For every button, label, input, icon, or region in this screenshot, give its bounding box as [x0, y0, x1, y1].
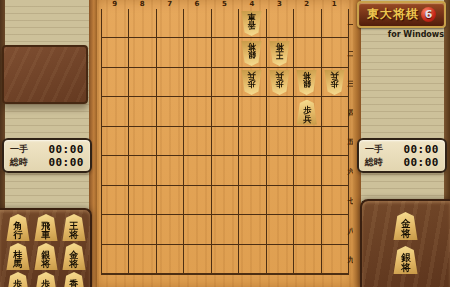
board-square-9一[interactable]: [101, 9, 128, 38]
file-label-3: 3: [266, 0, 293, 9]
total-time-row: 総時 00:00: [10, 156, 84, 169]
board-square-5六[interactable]: [211, 156, 238, 185]
board-square-7五[interactable]: [156, 127, 183, 156]
board-square-2二[interactable]: [293, 38, 320, 67]
board-square-6三[interactable]: [183, 68, 210, 97]
board-square-4九[interactable]: [238, 245, 265, 274]
board-square-8六[interactable]: [128, 156, 155, 185]
logo-title: 東大将棋: [367, 6, 419, 23]
hand-piece-銀将[interactable]: 銀将: [393, 246, 418, 274]
board-square-3六[interactable]: [266, 156, 293, 185]
board-square-7一[interactable]: [156, 9, 183, 38]
piece-kanji: 兵: [330, 71, 338, 80]
board-square-8七[interactable]: [128, 186, 155, 215]
file-label-4: 4: [238, 0, 265, 9]
move-time-value: 00:00: [48, 143, 84, 156]
board-square-2五[interactable]: [293, 127, 320, 156]
board-square-2九[interactable]: [293, 245, 320, 274]
board-square-1六[interactable]: [321, 156, 348, 185]
board-square-8九[interactable]: [128, 245, 155, 274]
move-time-row: 一手 00:00: [10, 143, 84, 156]
logo-version-badge: 6: [421, 7, 436, 22]
board-square-7三[interactable]: [156, 68, 183, 97]
gote-piece-stand: [2, 45, 88, 104]
hand-piece-金将[interactable]: 金将: [393, 212, 418, 240]
piece-kanji: 将: [275, 42, 283, 51]
total-time-row: 総時 00:00: [365, 156, 439, 169]
board-square-7七[interactable]: [156, 186, 183, 215]
logo-subtitle: for Windows: [357, 30, 446, 39]
file-label-9: 9: [101, 0, 128, 9]
board-square-6七[interactable]: [183, 186, 210, 215]
board-square-3七[interactable]: [266, 186, 293, 215]
board-square-8一[interactable]: [128, 9, 155, 38]
board-square-6四[interactable]: [183, 97, 210, 126]
board-square-6六[interactable]: [183, 156, 210, 185]
board-square-5九[interactable]: [211, 245, 238, 274]
board-square-9八[interactable]: [101, 215, 128, 244]
piece-kanji: 将: [303, 71, 311, 80]
board-square-3八[interactable]: [266, 215, 293, 244]
tray-piece-歩兵[interactable]: 歩兵: [6, 272, 30, 287]
board-square-4六[interactable]: [238, 156, 265, 185]
board-square-7四[interactable]: [156, 97, 183, 126]
piece-kanji: 香: [69, 279, 78, 287]
board-square-8三[interactable]: [128, 68, 155, 97]
board-square-8二[interactable]: [128, 38, 155, 67]
total-time-label: 総時: [10, 156, 28, 169]
move-time-label: 一手: [10, 143, 28, 156]
board-square-9二[interactable]: [101, 38, 128, 67]
piece-kanji: 将: [401, 263, 411, 273]
move-time-row: 一手 00:00: [365, 143, 439, 156]
board-square-7二[interactable]: [156, 38, 183, 67]
file-label-5: 5: [211, 0, 238, 9]
board-square-8四[interactable]: [128, 97, 155, 126]
board-square-6八[interactable]: [183, 215, 210, 244]
board-grid: [101, 9, 349, 275]
board-square-8五[interactable]: [128, 127, 155, 156]
app-logo: 東大将棋 6 for Windows: [357, 1, 446, 39]
gote-clock-panel: 一手 00:00 総時 00:00: [357, 138, 447, 173]
app-window: 987654321 一二三四五六七八九 香車銀将王将歩兵歩兵銀将歩兵歩兵 一手 …: [0, 0, 450, 287]
piece-kanji: 銀: [303, 80, 311, 89]
file-label-7: 7: [156, 0, 183, 9]
board-face: 987654321 一二三四五六七八九 香車銀将王将歩兵歩兵銀将歩兵歩兵: [97, 0, 353, 287]
board-square-6九[interactable]: [183, 245, 210, 274]
board-square-6二[interactable]: [183, 38, 210, 67]
board-square-1五[interactable]: [321, 127, 348, 156]
board-square-6一[interactable]: [183, 9, 210, 38]
piece-kanji: 歩: [248, 80, 256, 89]
file-label-6: 6: [183, 0, 210, 9]
board-square-2七[interactable]: [293, 186, 320, 215]
board-square-8八[interactable]: [128, 215, 155, 244]
board-square-2八[interactable]: [293, 215, 320, 244]
file-label-2: 2: [293, 0, 320, 9]
file-label-8: 8: [128, 0, 155, 9]
board-square-5五[interactable]: [211, 127, 238, 156]
move-time-value: 00:00: [403, 143, 439, 156]
total-time-value: 00:00: [403, 156, 439, 169]
total-time-label: 総時: [365, 156, 383, 169]
board-square-1九[interactable]: [321, 245, 348, 274]
piece-kanji: 兵: [303, 115, 311, 124]
piece-kanji: 将: [69, 259, 78, 269]
piece-kanji: 馬: [13, 259, 22, 269]
piece-kanji: 歩: [275, 80, 283, 89]
board-square-4四[interactable]: [238, 97, 265, 126]
board-square-5四[interactable]: [211, 97, 238, 126]
board-square-2六[interactable]: [293, 156, 320, 185]
total-time-value: 00:00: [48, 156, 84, 169]
board-square-5八[interactable]: [211, 215, 238, 244]
board-square-3一[interactable]: [266, 9, 293, 38]
board-square-9四[interactable]: [101, 97, 128, 126]
board-square-4七[interactable]: [238, 186, 265, 215]
piece-kanji: 将: [401, 229, 411, 239]
piece-kanji: 歩: [41, 279, 50, 287]
piece-kanji: 香: [248, 21, 256, 30]
piece-kanji: 将: [248, 42, 256, 51]
shogi-board: 987654321 一二三四五六七八九 香車銀将王将歩兵歩兵銀将歩兵歩兵: [89, 0, 361, 287]
tray-piece-香車[interactable]: 香車: [62, 272, 86, 287]
board-square-3五[interactable]: [266, 127, 293, 156]
board-square-1七[interactable]: [321, 186, 348, 215]
piece-kanji: 歩: [13, 279, 22, 287]
board-square-9七[interactable]: [101, 186, 128, 215]
board-square-1二[interactable]: [321, 38, 348, 67]
board-square-5七[interactable]: [211, 186, 238, 215]
board-square-7九[interactable]: [156, 245, 183, 274]
board-square-1八[interactable]: [321, 215, 348, 244]
board-square-3九[interactable]: [266, 245, 293, 274]
piece-kanji: 兵: [248, 71, 256, 80]
piece-kanji: 歩: [330, 80, 338, 89]
board-square-5二[interactable]: [211, 38, 238, 67]
unused-pieces-tray: 角行飛車王将桂馬銀将金将歩兵歩兵香車: [0, 208, 92, 287]
board-square-1一[interactable]: [321, 9, 348, 38]
board-square-7六[interactable]: [156, 156, 183, 185]
file-labels: 987654321: [101, 0, 348, 9]
tray-piece-金将[interactable]: 金将: [62, 243, 86, 270]
logo-plaque: 東大将棋 6: [357, 1, 446, 28]
board-square-1四[interactable]: [321, 97, 348, 126]
tray-piece-桂馬[interactable]: 桂馬: [6, 243, 30, 270]
board-square-4五[interactable]: [238, 127, 265, 156]
piece-kanji: 車: [248, 12, 256, 21]
board-square-5三[interactable]: [211, 68, 238, 97]
sente-hand-tray: 金将銀将: [360, 199, 450, 287]
piece-kanji: 車: [41, 230, 50, 240]
piece-kanji: 将: [41, 259, 50, 269]
board-square-9五[interactable]: [101, 127, 128, 156]
sente-clock-panel: 一手 00:00 総時 00:00: [2, 138, 92, 173]
piece-kanji: 行: [13, 230, 22, 240]
tray-piece-飛車[interactable]: 飛車: [34, 214, 58, 241]
move-time-label: 一手: [365, 143, 383, 156]
file-label-1: 1: [321, 0, 348, 9]
piece-kanji: 兵: [275, 71, 283, 80]
tray-piece-銀将[interactable]: 銀将: [34, 243, 58, 270]
board-square-9九[interactable]: [101, 245, 128, 274]
tray-piece-歩兵[interactable]: 歩兵: [34, 272, 58, 287]
board-square-9六[interactable]: [101, 156, 128, 185]
tray-piece-角行[interactable]: 角行: [6, 214, 30, 241]
board-square-2一[interactable]: [293, 9, 320, 38]
board-square-7八[interactable]: [156, 215, 183, 244]
tray-piece-王将[interactable]: 王将: [62, 214, 86, 241]
board-square-9三[interactable]: [101, 68, 128, 97]
board-square-4八[interactable]: [238, 215, 265, 244]
board-square-6五[interactable]: [183, 127, 210, 156]
board-square-3四[interactable]: [266, 97, 293, 126]
piece-kanji: 将: [69, 230, 78, 240]
board-square-5一[interactable]: [211, 9, 238, 38]
